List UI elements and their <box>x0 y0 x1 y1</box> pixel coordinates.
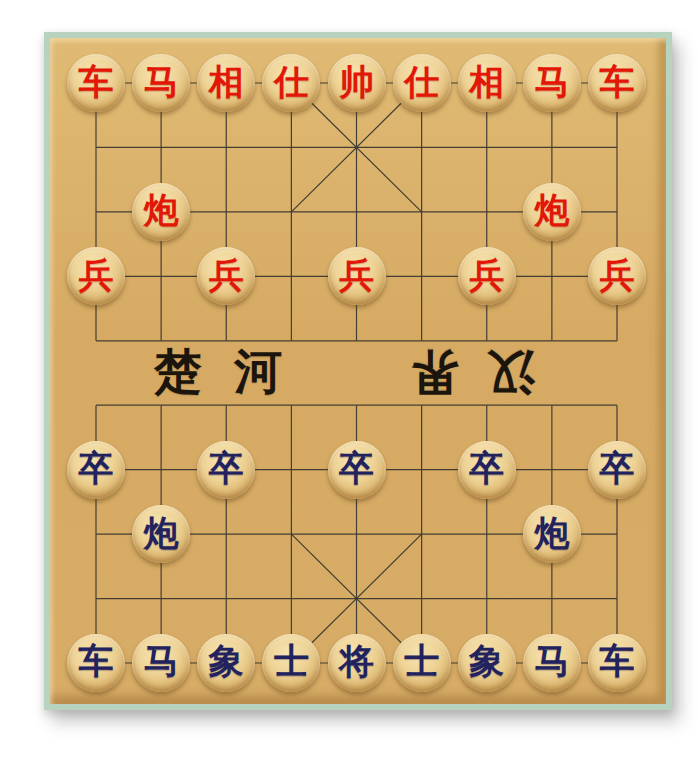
piece-character: 马 <box>144 644 179 679</box>
piece-red-elephant[interactable]: 相 <box>458 54 516 112</box>
piece-character: 炮 <box>534 516 569 551</box>
piece-black-soldier[interactable]: 卒 <box>197 441 255 499</box>
piece-red-soldier[interactable]: 兵 <box>67 247 125 305</box>
piece-black-chariot[interactable]: 车 <box>588 634 646 692</box>
piece-black-cannon[interactable]: 炮 <box>132 505 190 563</box>
piece-red-cannon[interactable]: 炮 <box>132 183 190 241</box>
piece-character: 象 <box>209 644 244 679</box>
piece-character: 车 <box>600 644 635 679</box>
piece-character: 仕 <box>274 65 309 100</box>
piece-black-advisor[interactable]: 士 <box>393 634 451 692</box>
piece-character: 将 <box>339 644 374 679</box>
piece-character: 象 <box>469 644 504 679</box>
piece-character: 马 <box>534 644 569 679</box>
piece-black-chariot[interactable]: 车 <box>67 634 125 692</box>
piece-black-elephant[interactable]: 象 <box>197 634 255 692</box>
piece-black-horse[interactable]: 马 <box>523 634 581 692</box>
piece-red-horse[interactable]: 马 <box>523 54 581 112</box>
piece-character: 卒 <box>339 451 374 486</box>
piece-red-chariot[interactable]: 车 <box>67 54 125 112</box>
piece-character: 士 <box>404 644 439 679</box>
xiangqi-board[interactable]: 楚 河 汉 界 车马相仕帅仕相马车炮炮兵兵兵兵兵卒卒卒卒卒炮炮车马象士将士象马车 <box>50 38 666 704</box>
piece-black-general[interactable]: 将 <box>328 634 386 692</box>
piece-black-elephant[interactable]: 象 <box>458 634 516 692</box>
piece-red-soldier[interactable]: 兵 <box>458 247 516 305</box>
piece-red-advisor[interactable]: 仕 <box>393 54 451 112</box>
piece-character: 兵 <box>209 258 244 293</box>
piece-character: 相 <box>209 65 244 100</box>
piece-character: 车 <box>79 65 114 100</box>
piece-character: 仕 <box>404 65 439 100</box>
piece-red-advisor[interactable]: 仕 <box>262 54 320 112</box>
piece-red-cannon[interactable]: 炮 <box>523 183 581 241</box>
piece-black-soldier[interactable]: 卒 <box>328 441 386 499</box>
piece-black-soldier[interactable]: 卒 <box>588 441 646 499</box>
piece-character: 相 <box>469 65 504 100</box>
piece-character: 马 <box>534 65 569 100</box>
piece-character: 炮 <box>144 193 179 228</box>
piece-red-general[interactable]: 帅 <box>328 54 386 112</box>
piece-character: 兵 <box>600 258 635 293</box>
piece-black-cannon[interactable]: 炮 <box>523 505 581 563</box>
piece-character: 兵 <box>79 258 114 293</box>
piece-red-soldier[interactable]: 兵 <box>588 247 646 305</box>
piece-character: 兵 <box>469 258 504 293</box>
piece-red-soldier[interactable]: 兵 <box>328 247 386 305</box>
piece-character: 车 <box>600 65 635 100</box>
piece-black-soldier[interactable]: 卒 <box>67 441 125 499</box>
piece-character: 马 <box>144 65 179 100</box>
piece-character: 帅 <box>339 65 374 100</box>
piece-character: 卒 <box>79 451 114 486</box>
piece-character: 兵 <box>339 258 374 293</box>
piece-black-advisor[interactable]: 士 <box>262 634 320 692</box>
piece-character: 车 <box>79 644 114 679</box>
piece-character: 卒 <box>469 451 504 486</box>
piece-character: 卒 <box>209 451 244 486</box>
piece-character: 士 <box>274 644 309 679</box>
piece-black-horse[interactable]: 马 <box>132 634 190 692</box>
piece-red-horse[interactable]: 马 <box>132 54 190 112</box>
piece-red-chariot[interactable]: 车 <box>588 54 646 112</box>
piece-character: 炮 <box>534 193 569 228</box>
board-frame: 楚 河 汉 界 车马相仕帅仕相马车炮炮兵兵兵兵兵卒卒卒卒卒炮炮车马象士将士象马车 <box>44 32 672 710</box>
board-grid <box>50 38 666 704</box>
piece-red-elephant[interactable]: 相 <box>197 54 255 112</box>
piece-character: 卒 <box>600 451 635 486</box>
piece-black-soldier[interactable]: 卒 <box>458 441 516 499</box>
piece-character: 炮 <box>144 516 179 551</box>
